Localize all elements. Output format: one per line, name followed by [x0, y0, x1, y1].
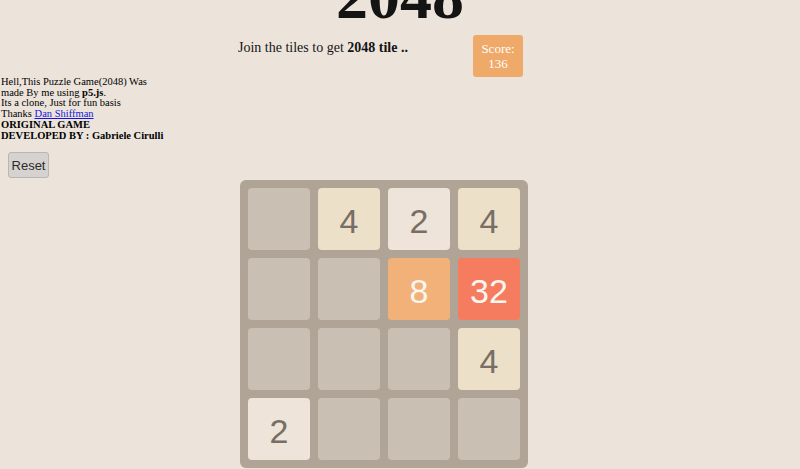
tile-4: 4: [458, 328, 520, 390]
empty-cell: [248, 258, 310, 320]
score-box: Score: 136: [473, 35, 523, 77]
empty-cell: [318, 398, 380, 460]
tile-32: 32: [458, 258, 520, 320]
empty-cell: [318, 258, 380, 320]
tile-2: 2: [248, 398, 310, 460]
info-line: ORIGINAL GAME: [1, 120, 163, 131]
info-line: DEVELOPED BY : Gabriele Cirulli: [1, 131, 163, 142]
tile-2: 2: [388, 188, 450, 250]
reset-button[interactable]: Reset: [8, 152, 49, 178]
empty-cell: [388, 398, 450, 460]
board[interactable]: 42483242: [240, 180, 528, 468]
p5js-label: p5.js: [82, 87, 103, 98]
info-text: Hell,This Puzzle Game(2048) Was made By …: [1, 77, 163, 141]
score-label: Score:: [473, 41, 523, 56]
empty-cell: [458, 398, 520, 460]
tile-8: 8: [388, 258, 450, 320]
tile-4: 4: [318, 188, 380, 250]
empty-cell: [318, 328, 380, 390]
tile-4: 4: [458, 188, 520, 250]
empty-cell: [248, 328, 310, 390]
subtitle: Join the tiles to get 2048 tile ..: [238, 40, 408, 56]
subtitle-prefix: Join the tiles to get: [238, 40, 347, 55]
dan-shiffman-link[interactable]: Dan Shiffman: [35, 108, 94, 119]
score-value: 136: [473, 56, 523, 71]
page-title: 2048: [0, 0, 800, 29]
empty-cell: [388, 328, 450, 390]
subtitle-goal: 2048 tile ..: [347, 40, 408, 55]
empty-cell: [248, 188, 310, 250]
